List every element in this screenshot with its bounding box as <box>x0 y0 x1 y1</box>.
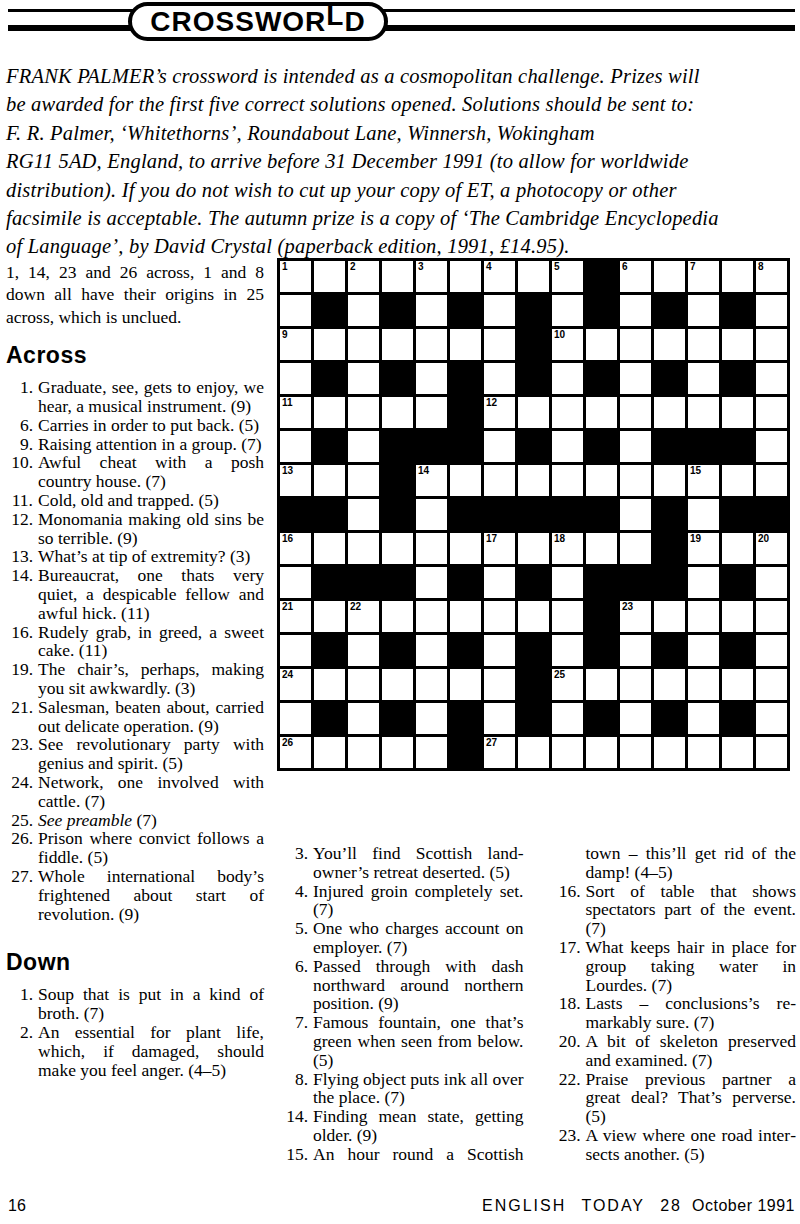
grid-cell[interactable] <box>552 703 583 734</box>
grid-cell[interactable] <box>416 295 447 326</box>
clue-item: 10.Awful cheat with a posh country house… <box>6 453 264 491</box>
grid-cell[interactable]: 10 <box>552 329 583 360</box>
grid-cell[interactable] <box>620 737 651 768</box>
grid-cell[interactable] <box>756 295 787 326</box>
grid-cell[interactable] <box>314 397 345 428</box>
grid-cell[interactable] <box>620 635 651 666</box>
grid-cell[interactable] <box>450 533 481 564</box>
grid-cell[interactable] <box>314 533 345 564</box>
grid-cell[interactable] <box>416 363 447 394</box>
grid-cell[interactable] <box>654 669 685 700</box>
grid-cell[interactable]: 4 <box>484 261 515 292</box>
grid-cell[interactable] <box>620 295 651 326</box>
grid-cell[interactable] <box>722 465 753 496</box>
grid-cell[interactable] <box>654 329 685 360</box>
clue-text: Famous fountain, one that’s green when s… <box>313 1013 524 1069</box>
grid-cell[interactable] <box>620 499 651 530</box>
grid-cell[interactable]: 24 <box>280 669 311 700</box>
cell-number: 6 <box>622 261 628 272</box>
clue-number: 16. <box>6 623 33 661</box>
grid-cell-black <box>722 567 753 598</box>
cell-number: 7 <box>690 261 696 272</box>
grid-cell[interactable]: 26 <box>280 737 311 768</box>
clue-text: Sort of table that shows spectators part… <box>586 882 797 938</box>
grid-cell[interactable] <box>586 465 617 496</box>
grid-cell[interactable] <box>450 465 481 496</box>
grid-cell[interactable]: 21 <box>280 601 311 632</box>
clue-number: 2. <box>6 1023 33 1079</box>
clue-item: 21.Salesman, beaten about, car­ried out … <box>6 698 264 736</box>
grid-cell[interactable] <box>756 669 787 700</box>
preamble-line: facsimile is acceptable. The autumn priz… <box>6 204 758 232</box>
grid-cell-black <box>722 499 753 530</box>
preamble-line: be awarded for the first five correct so… <box>6 90 758 118</box>
grid-cell[interactable] <box>484 635 515 666</box>
grid-cell[interactable] <box>382 533 413 564</box>
cell-number: 18 <box>554 533 565 544</box>
clue-item: 12.Monomania making old sins be so terri… <box>6 510 264 548</box>
grid-cell-black <box>348 567 379 598</box>
clue-text: One who charges account on employer. (7) <box>313 919 524 957</box>
clue-number: 16. <box>554 882 581 938</box>
grid-cell[interactable] <box>348 363 379 394</box>
grid-cell[interactable] <box>552 397 583 428</box>
across-heading: Across <box>6 342 264 368</box>
grid-cell[interactable] <box>484 329 515 360</box>
clue-number: 17. <box>554 938 581 994</box>
grid-cell[interactable] <box>450 669 481 700</box>
grid-cell[interactable] <box>518 601 549 632</box>
grid-cell[interactable] <box>416 397 447 428</box>
grid-cell[interactable] <box>484 295 515 326</box>
grid-cell[interactable] <box>314 329 345 360</box>
grid-cell[interactable] <box>382 601 413 632</box>
clue-number: 19. <box>6 660 33 698</box>
grid-cell-black <box>654 295 685 326</box>
grid-cell[interactable] <box>688 295 719 326</box>
clue-text: Lasts – conclusions’s re­markably sure. … <box>586 994 797 1032</box>
grid-cell-black <box>586 601 617 632</box>
grid-cell[interactable] <box>416 533 447 564</box>
clue-number: 20. <box>554 1032 581 1070</box>
grid-cell-black <box>654 363 685 394</box>
clue-number: 3. <box>281 844 308 882</box>
clue-text: See revolutionary party with genius and … <box>38 735 264 773</box>
cell-number: 4 <box>486 261 492 272</box>
grid-cell[interactable] <box>756 567 787 598</box>
grid-cell[interactable]: 22 <box>348 601 379 632</box>
grid-cell[interactable]: 27 <box>484 737 515 768</box>
preamble-line: of Language’, by David Crystal (paperbac… <box>6 232 758 260</box>
grid-cell[interactable]: 25 <box>552 669 583 700</box>
crossworld-logo: CROSSWORLD <box>128 2 388 41</box>
clue-text: A view where one road inter­sects anothe… <box>586 1126 797 1164</box>
grid-cell[interactable] <box>620 533 651 564</box>
grid-cell[interactable] <box>280 703 311 734</box>
grid-cell[interactable] <box>348 499 379 530</box>
grid-cell-black <box>450 737 481 768</box>
clue-number: 5. <box>281 919 308 957</box>
grid-cell[interactable] <box>620 363 651 394</box>
grid-cell-black <box>654 431 685 462</box>
grid-cell[interactable]: 9 <box>280 329 311 360</box>
grid-cell-black <box>280 499 311 530</box>
grid-cell[interactable] <box>654 261 685 292</box>
grid-cell[interactable] <box>620 397 651 428</box>
grid-cell-black <box>518 363 549 394</box>
across-clue-list: 1.Graduate, see, gets to enjoy, we hear,… <box>6 378 264 923</box>
grid-cell[interactable] <box>756 703 787 734</box>
grid-cell[interactable] <box>348 397 379 428</box>
clue-number: 6. <box>6 416 33 435</box>
down-clue-list-columns: 3.You’ll find Scottish land­owner’s retr… <box>281 844 796 1166</box>
grid-cell[interactable] <box>688 669 719 700</box>
grid-cell-black <box>450 635 481 666</box>
grid-cell-black <box>654 567 685 598</box>
grid-cell[interactable]: 3 <box>416 261 447 292</box>
cell-number: 24 <box>282 669 293 680</box>
grid-cell[interactable] <box>280 295 311 326</box>
clue-text: Injured groin completely set. (7) <box>313 882 524 920</box>
grid-cell[interactable] <box>586 329 617 360</box>
clue-number: 6. <box>281 957 308 1013</box>
grid-cell[interactable] <box>722 397 753 428</box>
down-clue-list-left: 1.Soup that is put in a kind of broth. (… <box>6 985 264 1079</box>
grid-cell[interactable]: 11 <box>280 397 311 428</box>
grid-cell[interactable] <box>416 635 447 666</box>
grid-cell[interactable] <box>450 329 481 360</box>
grid-cell[interactable] <box>314 261 345 292</box>
grid-cell[interactable]: 13 <box>280 465 311 496</box>
clue-number: 22. <box>554 1070 581 1126</box>
clue-text: Raising attention in a group. (7) <box>38 435 264 454</box>
crossword-grid: 1234567891011121314151617181920212223242… <box>277 258 790 771</box>
clue-item: 24.Network, one involved with cattle. (7… <box>6 773 264 811</box>
clue-item: 8.Flying object puts ink all over the pl… <box>281 1070 524 1108</box>
grid-cell-black <box>382 703 413 734</box>
grid-cell-black <box>756 499 787 530</box>
clue-number: 23. <box>554 1126 581 1164</box>
grid-cell[interactable] <box>416 499 447 530</box>
masthead-rule-thick <box>8 25 795 31</box>
grid-cell[interactable] <box>756 329 787 360</box>
grid-cell[interactable] <box>416 601 447 632</box>
grid-cell[interactable] <box>348 295 379 326</box>
grid-cell-black <box>722 703 753 734</box>
grid-cell-black <box>314 635 345 666</box>
grid-cell-black <box>688 431 719 462</box>
clue-item: 6.Passed through with dash northward aro… <box>281 957 524 1013</box>
grid-cell-black <box>450 567 481 598</box>
grid-cell-black <box>722 363 753 394</box>
grid-cell-black <box>722 635 753 666</box>
grid-cell[interactable]: 20 <box>756 533 787 564</box>
grid-cell[interactable] <box>688 329 719 360</box>
clue-text: Rudely grab, in greed, a sweet cake. (11… <box>38 623 264 661</box>
grid-cell[interactable] <box>552 431 583 462</box>
grid-cell[interactable] <box>484 567 515 598</box>
grid-cell-black <box>586 499 617 530</box>
cell-number: 5 <box>554 261 560 272</box>
clue-text: Passed through with dash northward aroun… <box>313 957 524 1013</box>
clue-text: Bureaucrat, one thats very quiet, a desp… <box>38 566 264 622</box>
grid-cell-black <box>518 669 549 700</box>
grid-cell-black <box>314 431 345 462</box>
grid-cell-black <box>382 499 413 530</box>
grid-cell-black <box>314 703 345 734</box>
grid-cell[interactable] <box>654 601 685 632</box>
grid-cell[interactable] <box>552 465 583 496</box>
grid-cell[interactable] <box>620 669 651 700</box>
clue-item: 4.Injured groin completely set. (7) <box>281 882 524 920</box>
cell-number: 14 <box>418 465 429 476</box>
grid-cell[interactable]: 19 <box>688 533 719 564</box>
cell-number: 13 <box>282 465 293 476</box>
grid-cell[interactable] <box>518 737 549 768</box>
grid-cell[interactable] <box>722 669 753 700</box>
grid-cell[interactable] <box>586 669 617 700</box>
grid-cell-black <box>450 499 481 530</box>
clue-number: 11. <box>6 491 33 510</box>
grid-cell[interactable] <box>348 737 379 768</box>
grid-cell-black <box>654 635 685 666</box>
grid-cell-black <box>382 465 413 496</box>
grid-cell[interactable]: 2 <box>348 261 379 292</box>
grid-cell-black <box>518 329 549 360</box>
clue-text: The chair’s, perhaps, mak­ing you sit aw… <box>38 660 264 698</box>
grid-cell[interactable] <box>620 703 651 734</box>
grid-cell[interactable] <box>688 363 719 394</box>
grid-cell[interactable] <box>314 465 345 496</box>
clue-item: 16.Rudely grab, in greed, a sweet cake. … <box>6 623 264 661</box>
clue-item: 20.A bit of skeleton preserved and exami… <box>554 1032 797 1070</box>
clue-text: Cold, old and trapped. (5) <box>38 491 264 510</box>
grid-cell[interactable] <box>756 737 787 768</box>
grid-cell-black <box>518 703 549 734</box>
grid-cell[interactable] <box>450 601 481 632</box>
clue-number: 27. <box>6 867 33 923</box>
clue-text: Flying object puts ink all over the plac… <box>313 1070 524 1108</box>
grid-cell[interactable] <box>722 533 753 564</box>
grid-cell-black <box>382 431 413 462</box>
clue-text: What keeps hair in place for group takin… <box>586 938 797 994</box>
grid-cell-black <box>586 567 617 598</box>
grid-cell[interactable] <box>518 533 549 564</box>
grid-cell[interactable] <box>688 397 719 428</box>
clue-text: Praise previous partner a great deal? Th… <box>586 1070 797 1126</box>
cell-number: 11 <box>282 397 293 408</box>
grid-cell[interactable] <box>348 635 379 666</box>
cell-number: 22 <box>350 601 361 612</box>
grid-cell[interactable] <box>552 295 583 326</box>
grid-cell[interactable] <box>484 669 515 700</box>
grid-cell[interactable] <box>654 737 685 768</box>
grid-cell[interactable] <box>756 635 787 666</box>
cell-number: 19 <box>690 533 701 544</box>
grid-cell[interactable]: 7 <box>688 261 719 292</box>
grid-cell[interactable] <box>416 669 447 700</box>
page-number: 16 <box>8 1197 26 1215</box>
cell-number: 16 <box>282 533 293 544</box>
grid-cell-black <box>586 261 617 292</box>
preamble-line: FRANK PALMER’s crossword is intended as … <box>6 62 758 90</box>
clue-item: 23.See revolutionary party with genius a… <box>6 735 264 773</box>
grid-cell[interactable] <box>484 465 515 496</box>
clue-item: 6.Carries in order to put back. (5) <box>6 416 264 435</box>
grid-cell[interactable] <box>620 329 651 360</box>
clue-item: 5.One who charges account on employer. (… <box>281 919 524 957</box>
clue-number: 1. <box>6 378 33 416</box>
grid-cell[interactable]: 5 <box>552 261 583 292</box>
grid-cell[interactable] <box>348 431 379 462</box>
grid-cell[interactable] <box>552 363 583 394</box>
grid-cell[interactable] <box>586 397 617 428</box>
grid-cell[interactable] <box>722 601 753 632</box>
grid-cell-black <box>314 499 345 530</box>
clue-text: Network, one involved with cattle. (7) <box>38 773 264 811</box>
grid-cell-black <box>620 567 651 598</box>
grid-cell[interactable] <box>722 737 753 768</box>
grid-cell[interactable] <box>280 363 311 394</box>
grid-cell[interactable] <box>552 635 583 666</box>
grid-cell[interactable] <box>382 261 413 292</box>
clue-text: An essential for plant life, which, if d… <box>38 1023 264 1079</box>
grid-cell[interactable] <box>484 363 515 394</box>
grid-cell-black <box>518 567 549 598</box>
grid-cell[interactable]: 18 <box>552 533 583 564</box>
preamble-line: RG11 5AD, England, to arrive before 31 D… <box>6 147 758 175</box>
grid-cell-black <box>586 295 617 326</box>
grid-cell[interactable] <box>688 703 719 734</box>
grid-cell[interactable] <box>722 329 753 360</box>
grid-cell[interactable] <box>722 261 753 292</box>
preamble: FRANK PALMER’s crossword is intended as … <box>6 62 758 261</box>
grid-cell[interactable] <box>348 703 379 734</box>
grid-cell[interactable] <box>756 601 787 632</box>
grid-cell[interactable] <box>756 465 787 496</box>
grid-cell[interactable]: 1 <box>280 261 311 292</box>
grid-cell[interactable] <box>450 261 481 292</box>
grid-cell-black <box>314 567 345 598</box>
grid-cell-black <box>518 431 549 462</box>
grid-cell[interactable] <box>348 329 379 360</box>
clue-item: 19.The chair’s, perhaps, mak­ing you sit… <box>6 660 264 698</box>
grid-cell[interactable] <box>314 737 345 768</box>
clue-number: 18. <box>554 994 581 1032</box>
grid-cell[interactable] <box>280 431 311 462</box>
clue-item: 22.Praise previous partner a great deal?… <box>554 1070 797 1126</box>
grid-cell[interactable] <box>552 601 583 632</box>
grid-cell-black <box>518 295 549 326</box>
grid-cell-black <box>518 499 549 530</box>
grid-cell[interactable]: 16 <box>280 533 311 564</box>
clue-number: 10. <box>6 453 33 491</box>
grid-cell[interactable]: 17 <box>484 533 515 564</box>
grid-cell[interactable] <box>382 737 413 768</box>
grid-cell[interactable] <box>620 431 651 462</box>
grid-cell[interactable] <box>688 567 719 598</box>
clue-number: 24. <box>6 773 33 811</box>
clue-number: 25. <box>6 811 33 830</box>
grid-cell[interactable] <box>348 533 379 564</box>
clue-item: 11.Cold, old and trapped. (5) <box>6 491 264 510</box>
grid-cell[interactable] <box>518 465 549 496</box>
grid-cell[interactable] <box>348 669 379 700</box>
grid-cell[interactable] <box>586 533 617 564</box>
grid-cell[interactable] <box>382 669 413 700</box>
cell-number: 12 <box>486 397 497 408</box>
cell-number: 1 <box>282 261 288 272</box>
cell-number: 26 <box>282 737 293 748</box>
grid-cell[interactable]: 8 <box>756 261 787 292</box>
grid-cell[interactable]: 6 <box>620 261 651 292</box>
clue-text: Soup that is put in a kind of broth. (7) <box>38 985 264 1023</box>
grid-cell[interactable] <box>688 499 719 530</box>
grid-cell[interactable] <box>756 397 787 428</box>
magazine-page: CROSSWORLD FRANK PALMER’s crossword is i… <box>0 0 800 1224</box>
grid-cell[interactable] <box>416 329 447 360</box>
grid-cell[interactable] <box>416 737 447 768</box>
clue-text: You’ll find Scottish land­owner’s retrea… <box>313 844 524 882</box>
preamble-line: distribution). If you do not wish to cut… <box>6 176 758 204</box>
grid-cell-black <box>654 533 685 564</box>
grid-cell[interactable] <box>348 465 379 496</box>
grid-cell[interactable] <box>654 397 685 428</box>
clue-item: 1.Soup that is put in a kind of broth. (… <box>6 985 264 1023</box>
grid-cell[interactable] <box>654 465 685 496</box>
grid-cell[interactable] <box>314 601 345 632</box>
grid-cell[interactable] <box>756 363 787 394</box>
masthead-rule-thin <box>8 9 795 12</box>
grid-cell[interactable] <box>484 601 515 632</box>
grid-cell[interactable] <box>416 703 447 734</box>
grid-cell[interactable] <box>416 567 447 598</box>
grid-cell[interactable] <box>518 261 549 292</box>
grid-cell[interactable] <box>688 601 719 632</box>
grid-cell[interactable] <box>586 737 617 768</box>
grid-cell[interactable]: 15 <box>688 465 719 496</box>
grid-cell[interactable] <box>688 737 719 768</box>
grid-cell[interactable] <box>484 703 515 734</box>
cell-number: 10 <box>554 329 565 340</box>
grid-cell-black <box>518 635 549 666</box>
grid-cell[interactable] <box>518 397 549 428</box>
grid-cell[interactable] <box>382 397 413 428</box>
grid-cell[interactable] <box>280 635 311 666</box>
clue-number: 14. <box>6 566 33 622</box>
grid-cell[interactable] <box>314 669 345 700</box>
grid-cell[interactable]: 23 <box>620 601 651 632</box>
clue-number: 1. <box>6 985 33 1023</box>
grid-cell[interactable] <box>280 567 311 598</box>
grid-cell[interactable] <box>552 737 583 768</box>
grid-cell[interactable] <box>382 329 413 360</box>
logo-raised-letter: L <box>326 0 344 32</box>
grid-cell[interactable] <box>484 431 515 462</box>
grid-cell[interactable] <box>552 567 583 598</box>
clue-text: What’s at tip of extremity? (3) <box>38 547 264 566</box>
grid-cell-black <box>722 295 753 326</box>
grid-cell[interactable] <box>620 465 651 496</box>
grid-cell[interactable]: 12 <box>484 397 515 428</box>
clue-number: 9. <box>6 435 33 454</box>
grid-cell[interactable] <box>756 431 787 462</box>
grid-cell[interactable] <box>688 635 719 666</box>
grid-cell-black <box>450 703 481 734</box>
grid-cell[interactable]: 14 <box>416 465 447 496</box>
clue-item: 25.See preamble (7) <box>6 811 264 830</box>
grid-cell-black <box>586 363 617 394</box>
